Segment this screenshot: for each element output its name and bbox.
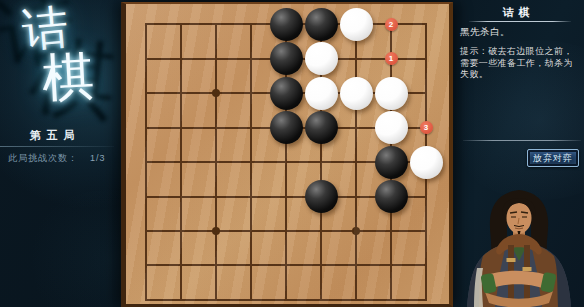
- black-stone[interactable]: [270, 111, 303, 144]
- panel-title-underline: [469, 21, 571, 22]
- black-stone[interactable]: [375, 146, 408, 179]
- black-stone[interactable]: [270, 42, 303, 75]
- puzzle-calligraphy-title: 诘 棋 诘 棋: [0, 0, 120, 130]
- challenge-attempts-value: 1/3: [90, 153, 106, 163]
- star-point: [352, 227, 360, 235]
- black-stone[interactable]: [305, 111, 338, 144]
- white-stone[interactable]: [410, 146, 443, 179]
- hint-text: 提示：破去右边眼位之前，需要一些准备工作，劫杀为失败。: [460, 46, 582, 81]
- panel-divider: [463, 140, 581, 141]
- black-stone[interactable]: [305, 8, 338, 41]
- move-marker-2: 2: [385, 18, 398, 31]
- black-stone[interactable]: [270, 8, 303, 41]
- puzzle-info-panel: 诘棋 黑先杀白。 提示：破去右边眼位之前，需要一些准备工作，劫杀为失败。 放弃对…: [453, 0, 584, 307]
- challenge-attempts: 此局挑战次数：1/3: [8, 152, 106, 165]
- objective-text: 黑先杀白。: [460, 26, 510, 39]
- black-stone[interactable]: [305, 180, 338, 213]
- white-stone[interactable]: [340, 77, 373, 110]
- go-board-grid[interactable]: 213: [145, 23, 427, 301]
- black-stone[interactable]: [375, 180, 408, 213]
- star-point: [212, 227, 220, 235]
- white-stone[interactable]: [305, 77, 338, 110]
- game-screen: 诘 棋 诘 棋 第五局 此局挑战次数：1/3 213 诘棋 黑先杀白。 提示：破…: [0, 0, 584, 307]
- star-point: [212, 89, 220, 97]
- give-up-button[interactable]: 放弃对弈: [527, 149, 579, 167]
- left-panel: 诘 棋 诘 棋 第五局 此局挑战次数：1/3: [0, 0, 121, 307]
- white-stone[interactable]: [375, 77, 408, 110]
- round-label: 第五局: [0, 128, 110, 143]
- white-stone[interactable]: [305, 42, 338, 75]
- left-panel-divider: [0, 146, 114, 147]
- calligraphy-char-jie: 诘: [20, 4, 70, 54]
- go-board[interactable]: 213: [121, 2, 453, 307]
- opponent-portrait: [453, 188, 584, 307]
- white-stone[interactable]: [340, 8, 373, 41]
- panel-title: 诘棋: [453, 5, 584, 20]
- challenge-attempts-label: 此局挑战次数：: [8, 153, 78, 163]
- calligraphy-char-qi: 棋: [41, 51, 96, 106]
- black-stone[interactable]: [270, 77, 303, 110]
- move-marker-1: 1: [385, 52, 398, 65]
- move-marker-3: 3: [420, 121, 433, 134]
- white-stone[interactable]: [375, 111, 408, 144]
